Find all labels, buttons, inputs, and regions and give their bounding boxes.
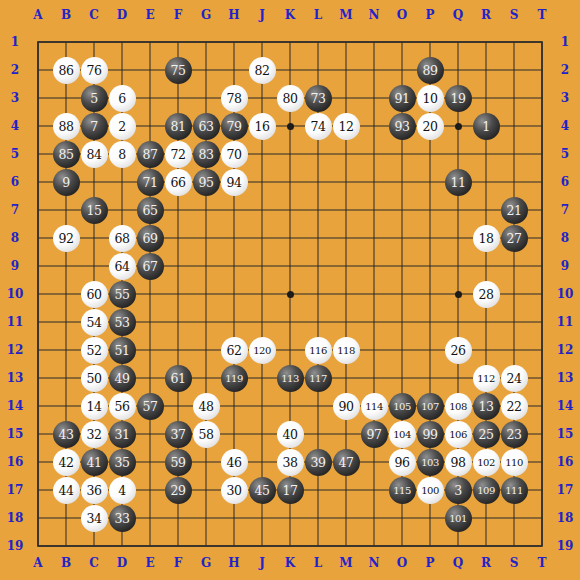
stone-number: 76 xyxy=(87,63,102,78)
stone-white-12: 12 xyxy=(333,113,360,140)
stone-black-33: 33 xyxy=(109,505,136,532)
stone-white-88: 88 xyxy=(53,113,80,140)
coord-label-left-17: 17 xyxy=(2,482,28,498)
stone-black-19: 19 xyxy=(445,85,472,112)
stone-white-44: 44 xyxy=(53,477,80,504)
stone-number: 28 xyxy=(479,287,494,302)
coord-label-top-E: E xyxy=(137,7,163,23)
stone-black-105: 105 xyxy=(389,393,416,420)
stone-number: 120 xyxy=(253,345,271,356)
stone-number: 104 xyxy=(393,429,411,440)
stone-number: 91 xyxy=(395,91,410,106)
coord-label-top-N: N xyxy=(361,7,387,23)
stone-number: 107 xyxy=(421,401,439,412)
stone-number: 35 xyxy=(115,455,130,470)
stone-white-2: 2 xyxy=(109,113,136,140)
stone-number: 63 xyxy=(199,119,214,134)
stone-white-8: 8 xyxy=(109,141,136,168)
stone-number: 18 xyxy=(479,231,494,246)
stone-black-91: 91 xyxy=(389,85,416,112)
stone-white-54: 54 xyxy=(81,309,108,336)
stone-white-10: 10 xyxy=(417,85,444,112)
stone-number: 11 xyxy=(451,175,466,190)
coord-label-right-5: 5 xyxy=(552,146,578,162)
stone-black-75: 75 xyxy=(165,57,192,84)
stone-black-81: 81 xyxy=(165,113,192,140)
stone-black-49: 49 xyxy=(109,365,136,392)
go-board[interactable]: AABBCCDDEEFFGGHHJJKKLLMMNNOOPPQQRRSSTT11… xyxy=(0,0,580,580)
stone-number: 40 xyxy=(283,427,298,442)
stone-black-53: 53 xyxy=(109,309,136,336)
coord-label-bottom-K: K xyxy=(277,555,303,571)
coord-label-left-2: 2 xyxy=(2,62,28,78)
stone-black-43: 43 xyxy=(53,421,80,448)
coord-label-top-Q: Q xyxy=(445,7,471,23)
stone-number: 102 xyxy=(477,457,495,468)
stone-black-29: 29 xyxy=(165,477,192,504)
stone-black-73: 73 xyxy=(305,85,332,112)
stone-number: 89 xyxy=(423,63,438,78)
stone-black-71: 71 xyxy=(137,169,164,196)
coord-label-bottom-F: F xyxy=(165,555,191,571)
stone-number: 109 xyxy=(477,485,495,496)
stone-number: 81 xyxy=(171,119,186,134)
stone-number: 2 xyxy=(118,119,125,134)
stone-white-72: 72 xyxy=(165,141,192,168)
stone-number: 34 xyxy=(87,511,102,526)
stone-number: 5 xyxy=(90,91,97,106)
stone-number: 90 xyxy=(339,399,354,414)
stone-number: 101 xyxy=(449,513,467,524)
coord-label-bottom-H: H xyxy=(221,555,247,571)
coord-label-bottom-C: C xyxy=(81,555,107,571)
coord-label-left-15: 15 xyxy=(2,426,28,442)
stone-black-15: 15 xyxy=(81,197,108,224)
stone-black-93: 93 xyxy=(389,113,416,140)
stone-number: 22 xyxy=(507,399,522,414)
stone-number: 111 xyxy=(505,485,523,496)
coord-label-bottom-A: A xyxy=(25,555,51,571)
stone-white-120: 120 xyxy=(249,337,276,364)
stone-black-69: 69 xyxy=(137,225,164,252)
stone-white-50: 50 xyxy=(81,365,108,392)
coord-label-bottom-R: R xyxy=(473,555,499,571)
stone-number: 80 xyxy=(283,91,298,106)
stone-black-5: 5 xyxy=(81,85,108,112)
stone-white-116: 116 xyxy=(305,337,332,364)
stone-black-107: 107 xyxy=(417,393,444,420)
stone-number: 38 xyxy=(283,455,298,470)
stone-number: 14 xyxy=(87,399,102,414)
stone-white-30: 30 xyxy=(221,477,248,504)
stone-number: 37 xyxy=(171,427,186,442)
coord-label-left-8: 8 xyxy=(2,230,28,246)
stone-number: 75 xyxy=(171,63,186,78)
stone-black-89: 89 xyxy=(417,57,444,84)
stone-white-108: 108 xyxy=(445,393,472,420)
stone-number: 116 xyxy=(309,345,327,356)
stone-number: 31 xyxy=(115,427,130,442)
stone-white-32: 32 xyxy=(81,421,108,448)
stone-number: 86 xyxy=(59,63,74,78)
stone-white-18: 18 xyxy=(473,225,500,252)
coord-label-bottom-B: B xyxy=(53,555,79,571)
stone-number: 118 xyxy=(337,345,355,356)
stone-number: 87 xyxy=(143,147,158,162)
stone-white-84: 84 xyxy=(81,141,108,168)
stone-number: 103 xyxy=(421,457,439,468)
stone-black-57: 57 xyxy=(137,393,164,420)
stone-number: 56 xyxy=(115,399,130,414)
stone-number: 96 xyxy=(395,455,410,470)
stone-number: 54 xyxy=(87,315,102,330)
stone-number: 79 xyxy=(227,119,242,134)
coord-label-top-R: R xyxy=(473,7,499,23)
coord-label-top-L: L xyxy=(305,7,331,23)
stone-black-37: 37 xyxy=(165,421,192,448)
star-point-K4 xyxy=(287,123,294,130)
stone-number: 53 xyxy=(115,315,130,330)
stone-number: 23 xyxy=(507,427,522,442)
coord-label-right-13: 13 xyxy=(552,370,578,386)
coord-label-bottom-O: O xyxy=(389,555,415,571)
stone-number: 61 xyxy=(171,371,186,386)
coord-label-left-1: 1 xyxy=(2,34,28,50)
stone-white-66: 66 xyxy=(165,169,192,196)
coord-label-left-14: 14 xyxy=(2,398,28,414)
stone-number: 17 xyxy=(283,483,298,498)
stone-white-42: 42 xyxy=(53,449,80,476)
coord-label-left-4: 4 xyxy=(2,118,28,134)
stone-number: 27 xyxy=(507,231,522,246)
stone-number: 60 xyxy=(87,287,102,302)
stone-black-79: 79 xyxy=(221,113,248,140)
stone-black-83: 83 xyxy=(193,141,220,168)
coord-label-right-7: 7 xyxy=(552,202,578,218)
stone-number: 66 xyxy=(171,175,186,190)
stone-white-16: 16 xyxy=(249,113,276,140)
coord-label-right-18: 18 xyxy=(552,510,578,526)
stone-black-27: 27 xyxy=(501,225,528,252)
stone-number: 48 xyxy=(199,399,214,414)
stone-number: 119 xyxy=(225,373,243,384)
stone-black-101: 101 xyxy=(445,505,472,532)
stone-number: 106 xyxy=(449,429,467,440)
coord-label-left-19: 19 xyxy=(2,538,28,554)
stone-number: 108 xyxy=(449,401,467,412)
stone-number: 26 xyxy=(451,343,466,358)
stone-white-22: 22 xyxy=(501,393,528,420)
coord-label-right-19: 19 xyxy=(552,538,578,554)
coord-label-right-1: 1 xyxy=(552,34,578,50)
stone-number: 50 xyxy=(87,371,102,386)
stone-number: 64 xyxy=(115,259,130,274)
stone-number: 43 xyxy=(59,427,74,442)
stone-white-100: 100 xyxy=(417,477,444,504)
stone-number: 57 xyxy=(143,399,158,414)
coord-label-right-14: 14 xyxy=(552,398,578,414)
stone-white-34: 34 xyxy=(81,505,108,532)
coord-label-bottom-N: N xyxy=(361,555,387,571)
stone-black-99: 99 xyxy=(417,421,444,448)
stone-number: 110 xyxy=(505,457,523,468)
stone-black-47: 47 xyxy=(333,449,360,476)
coord-label-bottom-D: D xyxy=(109,555,135,571)
stone-white-24: 24 xyxy=(501,365,528,392)
coord-label-bottom-Q: Q xyxy=(445,555,471,571)
stone-number: 3 xyxy=(454,483,461,498)
coord-label-top-M: M xyxy=(333,7,359,23)
stone-number: 67 xyxy=(143,259,158,274)
stone-number: 83 xyxy=(199,147,214,162)
coord-label-bottom-S: S xyxy=(501,555,527,571)
coord-label-right-3: 3 xyxy=(552,90,578,106)
stone-white-62: 62 xyxy=(221,337,248,364)
stone-black-85: 85 xyxy=(53,141,80,168)
coord-label-bottom-T: T xyxy=(529,555,555,571)
coord-label-right-6: 6 xyxy=(552,174,578,190)
stone-number: 12 xyxy=(339,119,354,134)
stone-white-60: 60 xyxy=(81,281,108,308)
stone-number: 114 xyxy=(365,401,383,412)
stone-white-86: 86 xyxy=(53,57,80,84)
coord-label-right-8: 8 xyxy=(552,230,578,246)
stone-black-9: 9 xyxy=(53,169,80,196)
stone-number: 65 xyxy=(143,203,158,218)
stone-white-36: 36 xyxy=(81,477,108,504)
stone-number: 13 xyxy=(479,399,494,414)
coord-label-bottom-E: E xyxy=(137,555,163,571)
stone-number: 117 xyxy=(309,373,327,384)
stone-white-38: 38 xyxy=(277,449,304,476)
stone-number: 30 xyxy=(227,483,242,498)
stone-black-39: 39 xyxy=(305,449,332,476)
coord-label-right-11: 11 xyxy=(552,314,578,330)
stone-number: 115 xyxy=(393,485,411,496)
stone-black-119: 119 xyxy=(221,365,248,392)
stone-white-106: 106 xyxy=(445,421,472,448)
stone-number: 93 xyxy=(395,119,410,134)
stone-number: 8 xyxy=(118,147,125,162)
stone-number: 68 xyxy=(115,231,130,246)
stone-number: 47 xyxy=(339,455,354,470)
stone-number: 9 xyxy=(62,175,69,190)
coord-label-bottom-M: M xyxy=(333,555,359,571)
stone-white-110: 110 xyxy=(501,449,528,476)
stone-number: 70 xyxy=(227,147,242,162)
stone-black-111: 111 xyxy=(501,477,528,504)
coord-label-left-9: 9 xyxy=(2,258,28,274)
stone-white-90: 90 xyxy=(333,393,360,420)
coord-label-top-K: K xyxy=(277,7,303,23)
stone-number: 74 xyxy=(311,119,326,134)
coord-label-left-7: 7 xyxy=(2,202,28,218)
stone-number: 19 xyxy=(451,91,466,106)
coord-label-right-10: 10 xyxy=(552,286,578,302)
stone-white-68: 68 xyxy=(109,225,136,252)
coord-label-bottom-G: G xyxy=(193,555,219,571)
stone-number: 55 xyxy=(115,287,130,302)
stone-white-70: 70 xyxy=(221,141,248,168)
stone-number: 113 xyxy=(281,373,299,384)
stone-number: 32 xyxy=(87,427,102,442)
stone-white-82: 82 xyxy=(249,57,276,84)
stone-white-48: 48 xyxy=(193,393,220,420)
stone-black-7: 7 xyxy=(81,113,108,140)
coord-label-right-12: 12 xyxy=(552,342,578,358)
coord-label-top-O: O xyxy=(389,7,415,23)
stone-number: 24 xyxy=(507,371,522,386)
stone-white-76: 76 xyxy=(81,57,108,84)
coord-label-right-17: 17 xyxy=(552,482,578,498)
coord-label-bottom-L: L xyxy=(305,555,331,571)
stone-number: 105 xyxy=(393,401,411,412)
stone-number: 25 xyxy=(479,427,494,442)
stone-black-41: 41 xyxy=(81,449,108,476)
stone-number: 15 xyxy=(87,203,102,218)
stone-white-118: 118 xyxy=(333,337,360,364)
stone-number: 72 xyxy=(171,147,186,162)
stone-number: 21 xyxy=(507,203,522,218)
coord-label-top-D: D xyxy=(109,7,135,23)
stone-number: 59 xyxy=(171,455,186,470)
stone-black-61: 61 xyxy=(165,365,192,392)
coord-label-top-B: B xyxy=(53,7,79,23)
coord-label-top-J: J xyxy=(249,7,275,23)
stone-number: 92 xyxy=(59,231,74,246)
stone-number: 88 xyxy=(59,119,74,134)
stone-number: 112 xyxy=(477,373,495,384)
stone-black-25: 25 xyxy=(473,421,500,448)
stone-black-21: 21 xyxy=(501,197,528,224)
stone-number: 71 xyxy=(143,175,158,190)
stone-white-46: 46 xyxy=(221,449,248,476)
coord-label-right-9: 9 xyxy=(552,258,578,274)
stone-white-20: 20 xyxy=(417,113,444,140)
coord-label-right-4: 4 xyxy=(552,118,578,134)
stone-number: 7 xyxy=(90,119,97,134)
stone-black-13: 13 xyxy=(473,393,500,420)
coord-label-bottom-P: P xyxy=(417,555,443,571)
stone-black-109: 109 xyxy=(473,477,500,504)
stone-number: 73 xyxy=(311,91,326,106)
stone-white-14: 14 xyxy=(81,393,108,420)
coord-label-right-15: 15 xyxy=(552,426,578,442)
coord-label-top-C: C xyxy=(81,7,107,23)
stone-black-97: 97 xyxy=(361,421,388,448)
stone-black-23: 23 xyxy=(501,421,528,448)
coord-label-top-A: A xyxy=(25,7,51,23)
stone-number: 58 xyxy=(199,427,214,442)
stone-white-6: 6 xyxy=(109,85,136,112)
stone-number: 62 xyxy=(227,343,242,358)
stone-black-45: 45 xyxy=(249,477,276,504)
coord-label-left-18: 18 xyxy=(2,510,28,526)
stone-black-67: 67 xyxy=(137,253,164,280)
stone-number: 33 xyxy=(115,511,130,526)
stone-white-104: 104 xyxy=(389,421,416,448)
stone-number: 20 xyxy=(423,119,438,134)
stone-black-115: 115 xyxy=(389,477,416,504)
stone-black-59: 59 xyxy=(165,449,192,476)
stone-number: 36 xyxy=(87,483,102,498)
stone-number: 100 xyxy=(421,485,439,496)
coord-label-left-13: 13 xyxy=(2,370,28,386)
stone-number: 51 xyxy=(115,343,130,358)
stone-black-117: 117 xyxy=(305,365,332,392)
stone-number: 42 xyxy=(59,455,74,470)
coord-label-left-10: 10 xyxy=(2,286,28,302)
stone-black-87: 87 xyxy=(137,141,164,168)
stone-white-92: 92 xyxy=(53,225,80,252)
stone-number: 84 xyxy=(87,147,102,162)
stone-black-3: 3 xyxy=(445,477,472,504)
stone-black-55: 55 xyxy=(109,281,136,308)
stone-number: 85 xyxy=(59,147,74,162)
stone-number: 1 xyxy=(482,119,489,134)
stone-white-102: 102 xyxy=(473,449,500,476)
stone-black-35: 35 xyxy=(109,449,136,476)
stone-black-11: 11 xyxy=(445,169,472,196)
stone-white-26: 26 xyxy=(445,337,472,364)
stone-white-98: 98 xyxy=(445,449,472,476)
stone-number: 39 xyxy=(311,455,326,470)
stone-black-113: 113 xyxy=(277,365,304,392)
coord-label-top-F: F xyxy=(165,7,191,23)
stone-white-4: 4 xyxy=(109,477,136,504)
stone-number: 82 xyxy=(255,63,270,78)
stone-white-80: 80 xyxy=(277,85,304,112)
coord-label-right-16: 16 xyxy=(552,454,578,470)
stone-number: 52 xyxy=(87,343,102,358)
stone-number: 94 xyxy=(227,175,242,190)
stone-number: 99 xyxy=(423,427,438,442)
stone-black-103: 103 xyxy=(417,449,444,476)
coord-label-left-3: 3 xyxy=(2,90,28,106)
stone-number: 97 xyxy=(367,427,382,442)
stone-white-74: 74 xyxy=(305,113,332,140)
coord-label-top-G: G xyxy=(193,7,219,23)
stone-black-63: 63 xyxy=(193,113,220,140)
stone-white-64: 64 xyxy=(109,253,136,280)
stone-white-78: 78 xyxy=(221,85,248,112)
stone-number: 45 xyxy=(255,483,270,498)
star-point-Q4 xyxy=(455,123,462,130)
coord-label-left-11: 11 xyxy=(2,314,28,330)
coord-label-left-6: 6 xyxy=(2,174,28,190)
stone-number: 6 xyxy=(118,91,125,106)
stone-white-114: 114 xyxy=(361,393,388,420)
stone-black-17: 17 xyxy=(277,477,304,504)
stone-white-52: 52 xyxy=(81,337,108,364)
stone-number: 49 xyxy=(115,371,130,386)
stone-number: 10 xyxy=(423,91,438,106)
star-point-Q10 xyxy=(455,291,462,298)
stone-number: 44 xyxy=(59,483,74,498)
coord-label-top-P: P xyxy=(417,7,443,23)
stone-number: 29 xyxy=(171,483,186,498)
coord-label-left-5: 5 xyxy=(2,146,28,162)
stone-number: 69 xyxy=(143,231,158,246)
coord-label-top-S: S xyxy=(501,7,527,23)
stone-white-58: 58 xyxy=(193,421,220,448)
coord-label-bottom-J: J xyxy=(249,555,275,571)
stone-white-40: 40 xyxy=(277,421,304,448)
stone-white-96: 96 xyxy=(389,449,416,476)
stone-white-56: 56 xyxy=(109,393,136,420)
stone-number: 98 xyxy=(451,455,466,470)
coord-label-right-2: 2 xyxy=(552,62,578,78)
